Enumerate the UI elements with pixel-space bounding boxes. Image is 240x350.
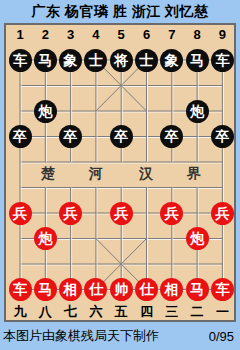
black-piece-士-r0c3: 士 bbox=[84, 49, 107, 72]
red-piece-车-r9c8: 车 bbox=[211, 278, 234, 301]
black-piece-马-r0c1: 马 bbox=[34, 49, 57, 72]
xiangqi-board: 123456789九八七六五四三二一楚河汉界车马象士将士象马车炮炮卒卒卒卒卒兵兵… bbox=[4, 23, 236, 322]
file-label-top-7: 7 bbox=[159, 27, 185, 42]
file-label-bottom-3: 七 bbox=[58, 304, 84, 319]
red-piece-帅-r9c4: 帅 bbox=[110, 278, 133, 301]
black-piece-士-r0c5: 士 bbox=[135, 49, 158, 72]
black-piece-炮-r2c1: 炮 bbox=[34, 100, 57, 123]
black-piece-马-r0c7: 马 bbox=[186, 49, 209, 72]
black-piece-炮-r2c7: 炮 bbox=[186, 100, 209, 123]
footer-bar: 本图片由象棋残局天下制作 0/95 bbox=[3, 327, 234, 345]
red-piece-马-r9c7: 马 bbox=[186, 278, 209, 301]
red-piece-马-r9c1: 马 bbox=[34, 278, 57, 301]
black-piece-卒-r3c0: 卒 bbox=[9, 125, 32, 148]
file-label-bottom-5: 五 bbox=[108, 304, 134, 319]
red-piece-兵-r6c8: 兵 bbox=[211, 202, 234, 225]
black-piece-车-r0c8: 车 bbox=[211, 49, 234, 72]
river-char-4: 界 bbox=[185, 165, 203, 181]
black-piece-卒-r3c2: 卒 bbox=[59, 125, 82, 148]
red-piece-炮-r7c1: 炮 bbox=[34, 227, 57, 250]
file-label-top-8: 8 bbox=[184, 27, 210, 42]
credit-text: 本图片由象棋残局天下制作 bbox=[3, 327, 159, 345]
black-piece-将-r0c4: 将 bbox=[110, 49, 133, 72]
black-piece-车-r0c0: 车 bbox=[9, 49, 32, 72]
red-piece-车-r9c0: 车 bbox=[9, 278, 32, 301]
file-label-bottom-1: 九 bbox=[7, 304, 33, 319]
file-label-top-2: 2 bbox=[32, 27, 58, 42]
file-label-top-4: 4 bbox=[83, 27, 109, 42]
river-char-2: 河 bbox=[87, 165, 105, 181]
file-label-top-5: 5 bbox=[108, 27, 134, 42]
red-piece-兵-r6c2: 兵 bbox=[59, 202, 82, 225]
file-label-bottom-4: 六 bbox=[83, 304, 109, 319]
black-piece-象-r0c2: 象 bbox=[59, 49, 82, 72]
file-label-bottom-6: 四 bbox=[134, 304, 160, 319]
file-label-bottom-8: 二 bbox=[184, 304, 210, 319]
river-char-1: 楚 bbox=[39, 165, 57, 181]
black-piece-卒-r3c8: 卒 bbox=[211, 125, 234, 148]
river-char-3: 汉 bbox=[137, 165, 155, 181]
file-label-bottom-2: 八 bbox=[32, 304, 58, 319]
red-piece-炮-r7c7: 炮 bbox=[186, 227, 209, 250]
match-title: 广东 杨官璘 胜 浙江 刘忆慈 bbox=[0, 2, 240, 20]
file-label-top-9: 9 bbox=[209, 27, 235, 42]
red-piece-兵-r6c0: 兵 bbox=[9, 202, 32, 225]
file-label-top-1: 1 bbox=[7, 27, 33, 42]
file-label-top-3: 3 bbox=[58, 27, 84, 42]
red-piece-相-r9c2: 相 bbox=[59, 278, 82, 301]
move-counter: 0/95 bbox=[209, 329, 234, 344]
file-label-top-6: 6 bbox=[134, 27, 160, 42]
file-label-bottom-7: 三 bbox=[159, 304, 185, 319]
red-piece-兵-r6c4: 兵 bbox=[110, 202, 133, 225]
black-piece-象-r0c6: 象 bbox=[160, 49, 183, 72]
black-piece-卒-r3c4: 卒 bbox=[110, 125, 133, 148]
file-label-bottom-9: 一 bbox=[209, 304, 235, 319]
red-piece-仕-r9c5: 仕 bbox=[135, 278, 158, 301]
red-piece-兵-r6c6: 兵 bbox=[160, 202, 183, 225]
board-interior: 123456789九八七六五四三二一楚河汉界车马象士将士象马车炮炮卒卒卒卒卒兵兵… bbox=[6, 25, 234, 320]
